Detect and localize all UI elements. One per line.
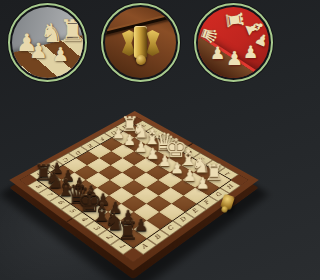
coord-text: 6 bbox=[56, 200, 65, 206]
coord-text: 4 bbox=[79, 216, 88, 222]
coord-text: 8 bbox=[33, 184, 42, 189]
box-interior-photo: ♛♜♝♟♟♟♟ bbox=[198, 7, 269, 78]
inset-piece-glyph: ♜ bbox=[59, 16, 83, 46]
square-r3c5 bbox=[146, 180, 171, 196]
coord-text: E bbox=[191, 208, 200, 214]
coord-text: C bbox=[166, 225, 176, 232]
white-pawn: ♟ bbox=[158, 153, 171, 168]
inset-thumbnail-box-interior[interactable]: ♛♜♝♟♟♟♟ bbox=[194, 3, 273, 82]
board-scene: 87654321H♜♞♝♛♚♝♞♜HG♟♟♟♟♟♟♟♟GFFEEDDCCB♟♟♟… bbox=[0, 84, 280, 280]
white-pawn: ♟ bbox=[195, 176, 209, 192]
coord-text: A bbox=[140, 243, 150, 250]
inset-thumbnail-pieces-closeup[interactable]: ♟♟♞♜♟ bbox=[8, 3, 87, 82]
white-pawn: ♟ bbox=[182, 168, 196, 183]
inset-piece-glyph: ♟ bbox=[210, 45, 225, 62]
clasp-plate-right bbox=[147, 30, 160, 56]
coord-text: B bbox=[153, 234, 163, 241]
inset-piece-glyph: ♟ bbox=[52, 45, 69, 64]
clasp-bar bbox=[134, 26, 147, 58]
coord-text: 1 bbox=[224, 171, 232, 176]
white-pawn: ♟ bbox=[170, 161, 184, 176]
clasp-knob bbox=[136, 55, 146, 65]
inset-thumbnail-clasp-closeup[interactable] bbox=[101, 3, 180, 82]
coord-text: 7 bbox=[44, 192, 53, 197]
pieces-closeup-photo: ♟♟♞♜♟ bbox=[12, 7, 83, 78]
clasp-plate-left bbox=[122, 30, 135, 56]
coord-text: 2 bbox=[104, 234, 113, 240]
clasp-closeup-photo bbox=[105, 7, 176, 78]
board-frame-corner bbox=[231, 174, 249, 185]
coord-text: D bbox=[179, 216, 189, 223]
coord-text: D bbox=[74, 149, 83, 154]
chess-board-3d: 87654321H♜♞♝♛♚♝♞♜HG♟♟♟♟♟♟♟♟GFFEEDDCCB♟♟♟… bbox=[9, 111, 258, 270]
inset-piece-glyph: ♟ bbox=[226, 49, 243, 68]
brass-clasp-icon bbox=[121, 23, 161, 65]
black-rook: ♜ bbox=[117, 219, 138, 243]
chess-board: 87654321H♜♞♝♛♚♝♞♜HG♟♟♟♟♟♟♟♟GFFEEDDCCB♟♟♟… bbox=[9, 111, 258, 270]
coord-text: E bbox=[86, 143, 94, 148]
coord-text: H bbox=[225, 184, 235, 190]
coord-text: 5 bbox=[67, 208, 76, 214]
coord-text: 1 bbox=[117, 243, 126, 249]
coord-text: F bbox=[203, 200, 212, 206]
coord-text: 3 bbox=[91, 225, 100, 231]
